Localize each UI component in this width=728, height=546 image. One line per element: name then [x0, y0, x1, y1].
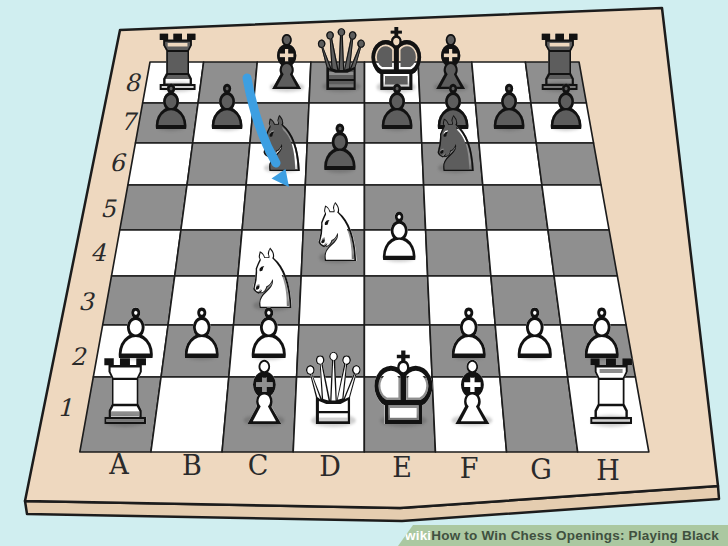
arrow-head	[272, 169, 290, 187]
caption-bar: wikiHow to Win Chess Openings: Playing B…	[398, 525, 728, 546]
arrow-shaft	[247, 78, 276, 163]
move-arrow	[0, 0, 728, 546]
wikihow-chess-illustration: 87654321ABCDEFGH ♜♖♝♗♛♕♚♔♝♗♜♖♟♙♟♙♟♙♟♙♟♙♟…	[0, 0, 728, 546]
wikihow-logo-how: How	[431, 525, 460, 546]
caption-title: to Win Chess Openings: Playing Black	[460, 525, 719, 546]
